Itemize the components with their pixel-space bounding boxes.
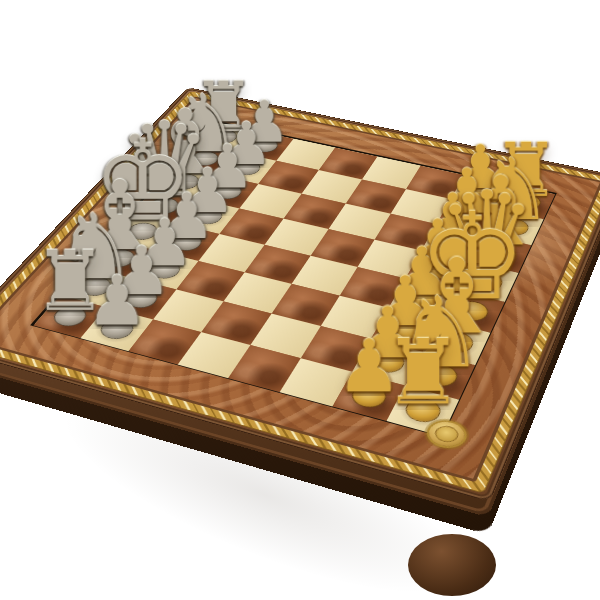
piece-black-pawn: ♟: [48, 267, 187, 336]
square-h1: ♜: [387, 385, 460, 436]
chess-set-photo: ♜♟♟♜♞♟♟♞♝♟♟♝♛♟♟♛♚♟♟♚♝♟♟♝♞♟♟♞♜♟♟♜: [0, 0, 600, 600]
board-frame: ♜♟♟♜♞♟♟♞♝♟♟♝♛♟♟♛♚♟♟♚♝♟♟♝♞♟♟♞♜♟♟♜: [0, 87, 600, 502]
gilt-filigree-band: ♜♟♟♜♞♟♟♞♝♟♟♝♛♟♟♛♚♟♟♚♝♟♟♝♞♟♟♞♜♟♟♜: [0, 91, 600, 494]
square-h7: ♟: [80, 307, 153, 351]
walnut-trim: ♜♟♟♜♞♟♟♞♝♟♟♝♛♟♟♛♚♟♟♚♝♟♟♝♞♟♟♞♜♟♟♜: [0, 96, 600, 482]
chess-board: ♜♟♟♜♞♟♟♞♝♟♟♝♛♟♟♛♚♟♟♚♝♟♟♝♞♟♟♞♜♟♟♜: [0, 87, 600, 502]
perspective-wrapper: ♜♟♟♜♞♟♟♞♝♟♟♝♛♟♟♛♚♟♟♚♝♟♟♝♞♟♟♞♜♟♟♜: [0, 0, 600, 600]
piece-white-rook: ♜: [349, 328, 498, 418]
playing-field: ♜♟♟♜♞♟♟♞♝♟♟♝♛♟♟♛♚♟♟♚♝♟♟♝♞♟♟♞♜♟♟♜: [30, 120, 557, 437]
burl-border: ♜♟♟♜♞♟♟♞♝♟♟♝♛♟♟♛♚♟♟♚♝♟♟♝♞♟♟♞♜♟♟♜: [0, 98, 600, 479]
